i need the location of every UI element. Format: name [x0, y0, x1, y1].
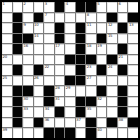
white-cell[interactable]: 31	[55, 97, 65, 107]
white-cell[interactable]	[55, 13, 65, 23]
white-cell[interactable]	[128, 107, 138, 117]
clue-number: 5	[97, 2, 99, 6]
clue-number: 37	[76, 118, 80, 122]
clue-number: 16	[24, 44, 28, 48]
white-cell[interactable]	[13, 2, 23, 12]
black-cell	[86, 118, 96, 128]
white-cell[interactable]: 34	[44, 107, 54, 117]
white-cell[interactable]	[128, 2, 138, 12]
white-cell[interactable]: 16	[23, 44, 33, 54]
clue-number: 34	[45, 107, 49, 111]
clue-number: 6	[118, 2, 120, 6]
black-cell	[44, 128, 54, 138]
black-cell	[65, 128, 75, 138]
white-cell[interactable]	[128, 76, 138, 86]
black-cell	[118, 97, 128, 107]
clue-number: 18	[87, 44, 91, 48]
white-cell[interactable]	[128, 65, 138, 75]
white-cell[interactable]	[2, 97, 12, 107]
white-cell[interactable]: 2	[23, 2, 33, 12]
clue-number: 32	[97, 97, 101, 101]
black-cell	[118, 86, 128, 96]
clue-number: 30	[24, 97, 28, 101]
clue-number: 26	[34, 76, 38, 80]
clue-number: 23	[87, 65, 91, 69]
clue-number: 35	[87, 107, 91, 111]
white-cell[interactable]	[107, 97, 117, 107]
white-cell[interactable]	[86, 34, 96, 44]
clue-number: 12	[108, 23, 112, 27]
white-cell[interactable]: 35	[86, 107, 96, 117]
crossword-stage: 1234567891011121314151617181920212223242…	[0, 0, 140, 140]
white-cell[interactable]	[107, 44, 117, 54]
black-cell	[76, 65, 86, 75]
white-cell[interactable]	[97, 118, 107, 128]
white-cell[interactable]	[76, 86, 86, 96]
black-cell	[34, 65, 44, 75]
white-cell[interactable]	[118, 34, 128, 44]
white-cell[interactable]: 5	[97, 2, 107, 12]
white-cell[interactable]	[23, 65, 33, 75]
clue-number: 25	[3, 76, 7, 80]
black-cell	[97, 86, 107, 96]
white-cell[interactable]	[34, 86, 44, 96]
clue-number: 15	[108, 34, 112, 38]
black-cell	[118, 23, 128, 33]
white-cell[interactable]	[34, 128, 44, 138]
black-cell	[13, 13, 23, 23]
white-cell[interactable]	[128, 128, 138, 138]
black-cell	[86, 55, 96, 65]
white-cell[interactable]	[76, 13, 86, 23]
black-cell	[97, 65, 107, 75]
white-cell[interactable]	[23, 76, 33, 86]
black-cell	[65, 76, 75, 86]
white-cell[interactable]	[65, 107, 75, 117]
white-cell[interactable]: 6	[118, 2, 128, 12]
black-cell	[76, 44, 86, 54]
white-cell[interactable]: 14	[34, 34, 44, 44]
white-cell[interactable]	[2, 44, 12, 54]
white-cell[interactable]: 9	[23, 23, 33, 33]
white-cell[interactable]	[97, 76, 107, 86]
white-cell[interactable]	[44, 23, 54, 33]
white-cell[interactable]: 32	[97, 97, 107, 107]
white-cell[interactable]	[13, 55, 23, 65]
black-cell	[13, 23, 23, 33]
black-cell	[23, 86, 33, 96]
white-cell[interactable]: 22	[44, 65, 54, 75]
clue-number: 39	[3, 128, 7, 132]
black-cell	[97, 34, 107, 44]
white-cell[interactable]	[44, 55, 54, 65]
white-cell[interactable]: 12	[107, 23, 117, 33]
black-cell	[34, 13, 44, 23]
white-cell[interactable]: 37	[76, 118, 86, 128]
clue-number: 36	[45, 118, 49, 122]
white-cell[interactable]	[65, 13, 75, 23]
clue-number: 24	[108, 65, 112, 69]
white-cell[interactable]: 3	[44, 2, 54, 12]
black-cell	[107, 55, 117, 65]
black-cell	[118, 107, 128, 117]
white-cell[interactable]	[23, 118, 33, 128]
white-cell[interactable]	[107, 128, 117, 138]
white-cell[interactable]: 13	[128, 23, 138, 33]
black-cell	[55, 2, 65, 12]
clue-number: 21	[118, 55, 122, 59]
black-cell	[13, 86, 23, 96]
white-cell[interactable]	[2, 86, 12, 96]
clue-number: 3	[45, 2, 47, 6]
white-cell[interactable]	[128, 97, 138, 107]
white-cell[interactable]: 15	[107, 34, 117, 44]
clue-number: 7	[45, 13, 47, 17]
white-cell[interactable]	[107, 107, 117, 117]
white-cell[interactable]: 29	[65, 86, 75, 96]
white-cell[interactable]	[65, 65, 75, 75]
black-cell	[86, 128, 96, 138]
white-cell[interactable]: 11	[86, 23, 96, 33]
white-cell[interactable]	[128, 86, 138, 96]
black-cell	[76, 97, 86, 107]
clue-number: 22	[45, 65, 49, 69]
white-cell[interactable]	[128, 55, 138, 65]
white-cell[interactable]	[76, 128, 86, 138]
black-cell	[55, 107, 65, 117]
white-cell[interactable]	[44, 76, 54, 86]
black-cell	[76, 107, 86, 117]
black-cell	[86, 2, 96, 12]
white-cell[interactable]: 38	[118, 118, 128, 128]
clue-number: 13	[129, 23, 133, 27]
white-cell[interactable]	[2, 107, 12, 117]
black-cell	[76, 34, 86, 44]
white-cell[interactable]: 28	[55, 86, 65, 96]
black-cell	[107, 13, 117, 23]
white-cell[interactable]: 24	[107, 65, 117, 75]
white-cell[interactable]: 36	[44, 118, 54, 128]
white-cell[interactable]	[13, 128, 23, 138]
white-cell[interactable]: 18	[86, 44, 96, 54]
black-cell	[34, 118, 44, 128]
white-cell[interactable]	[107, 86, 117, 96]
black-cell	[13, 107, 23, 117]
clue-number: 31	[55, 97, 59, 101]
white-cell[interactable]: 25	[2, 76, 12, 86]
black-cell	[13, 118, 23, 128]
clue-number: 19	[97, 44, 101, 48]
white-cell[interactable]	[55, 55, 65, 65]
white-cell[interactable]: 19	[97, 44, 107, 54]
black-cell	[128, 13, 138, 23]
clue-number: 28	[55, 86, 59, 90]
black-cell	[76, 76, 86, 86]
white-cell[interactable]: 1	[2, 2, 12, 12]
white-cell[interactable]	[65, 23, 75, 33]
black-cell	[65, 55, 75, 65]
white-cell[interactable]	[65, 118, 75, 128]
white-cell[interactable]	[65, 44, 75, 54]
clue-number: 8	[87, 13, 89, 17]
black-cell	[23, 34, 33, 44]
white-cell[interactable]: 20	[2, 55, 12, 65]
clue-number: 11	[87, 23, 91, 27]
black-cell	[55, 23, 65, 33]
white-cell[interactable]	[107, 76, 117, 86]
white-cell[interactable]	[86, 86, 96, 96]
white-cell[interactable]	[128, 44, 138, 54]
black-cell	[118, 65, 128, 75]
white-cell[interactable]	[128, 34, 138, 44]
black-cell	[86, 97, 96, 107]
clue-number: 2	[24, 2, 26, 6]
black-cell	[13, 97, 23, 107]
white-cell[interactable]	[118, 13, 128, 23]
white-cell[interactable]: 30	[23, 97, 33, 107]
black-cell	[76, 2, 86, 12]
white-cell[interactable]: 8	[86, 13, 96, 23]
black-cell	[13, 44, 23, 54]
black-cell	[13, 34, 23, 44]
white-cell[interactable]	[2, 118, 12, 128]
white-cell[interactable]: 27	[86, 76, 96, 86]
white-cell[interactable]: 7	[44, 13, 54, 23]
clue-number: 40	[97, 128, 101, 132]
black-cell	[55, 128, 65, 138]
clue-number: 27	[87, 76, 91, 80]
white-cell[interactable]	[97, 107, 107, 117]
white-cell[interactable]	[23, 13, 33, 23]
white-cell[interactable]	[118, 76, 128, 86]
black-cell	[55, 34, 65, 44]
clue-number: 1	[3, 2, 5, 6]
black-cell	[44, 86, 54, 96]
clue-number: 38	[118, 118, 122, 122]
black-cell	[128, 118, 138, 128]
white-cell[interactable]: 4	[65, 2, 75, 12]
white-cell[interactable]	[34, 107, 44, 117]
white-cell[interactable]: 23	[86, 65, 96, 75]
white-cell[interactable]: 10	[34, 23, 44, 33]
clue-number: 17	[55, 44, 59, 48]
white-cell[interactable]	[23, 55, 33, 65]
black-cell	[13, 65, 23, 75]
white-cell[interactable]	[2, 65, 12, 75]
white-cell[interactable]	[65, 97, 75, 107]
white-cell[interactable]	[2, 23, 12, 33]
white-cell[interactable]: 39	[2, 128, 12, 138]
white-cell[interactable]	[107, 2, 117, 12]
black-cell	[107, 118, 117, 128]
white-cell[interactable]	[118, 128, 128, 138]
white-cell[interactable]	[65, 34, 75, 44]
white-cell[interactable]: 33	[23, 107, 33, 117]
white-cell[interactable]	[34, 44, 44, 54]
black-cell	[76, 23, 86, 33]
white-cell[interactable]: 26	[34, 76, 44, 86]
clue-number: 14	[34, 34, 38, 38]
white-cell[interactable]	[23, 128, 33, 138]
white-cell[interactable]	[55, 118, 65, 128]
black-cell	[118, 44, 128, 54]
clue-number: 10	[34, 23, 38, 27]
white-cell[interactable]	[55, 76, 65, 86]
white-cell[interactable]	[34, 55, 44, 65]
clue-number: 4	[66, 2, 68, 6]
clue-number: 20	[3, 55, 7, 59]
white-cell[interactable]	[34, 97, 44, 107]
white-cell[interactable]	[97, 13, 107, 23]
clue-number: 29	[66, 86, 70, 90]
white-cell[interactable]	[2, 34, 12, 44]
black-cell	[76, 55, 86, 65]
clue-number: 33	[24, 107, 28, 111]
clue-number: 9	[24, 23, 26, 27]
white-cell[interactable]	[44, 44, 54, 54]
white-cell[interactable]	[2, 13, 12, 23]
black-cell	[44, 97, 54, 107]
crossword-grid: 1234567891011121314151617181920212223242…	[0, 0, 140, 140]
white-cell[interactable]	[97, 23, 107, 33]
white-cell[interactable]: 40	[97, 128, 107, 138]
white-cell[interactable]	[97, 55, 107, 65]
white-cell[interactable]: 21	[118, 55, 128, 65]
white-cell[interactable]	[55, 65, 65, 75]
white-cell[interactable]	[44, 34, 54, 44]
white-cell[interactable]	[13, 76, 23, 86]
white-cell[interactable]	[34, 2, 44, 12]
white-cell[interactable]: 17	[55, 44, 65, 54]
